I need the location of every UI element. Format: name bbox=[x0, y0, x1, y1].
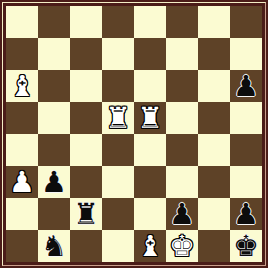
square-b3[interactable]: ♟ bbox=[38, 166, 70, 198]
square-b5[interactable] bbox=[38, 102, 70, 134]
square-c3[interactable] bbox=[70, 166, 102, 198]
piece-black-rook-c2[interactable]: ♜ bbox=[73, 198, 99, 230]
piece-black-knight-b1[interactable]: ♞ bbox=[41, 230, 67, 262]
square-b1[interactable]: ♞ bbox=[38, 230, 70, 262]
square-c4[interactable] bbox=[70, 134, 102, 166]
square-h5[interactable] bbox=[230, 102, 262, 134]
square-g7[interactable] bbox=[198, 38, 230, 70]
square-a1[interactable] bbox=[6, 230, 38, 262]
square-h2[interactable]: ♟ bbox=[230, 198, 262, 230]
square-e1[interactable]: ♝ bbox=[134, 230, 166, 262]
square-f3[interactable] bbox=[166, 166, 198, 198]
square-c2[interactable]: ♜ bbox=[70, 198, 102, 230]
square-g1[interactable] bbox=[198, 230, 230, 262]
piece-black-pawn-h6[interactable]: ♟ bbox=[233, 70, 259, 102]
square-f2[interactable]: ♟ bbox=[166, 198, 198, 230]
piece-white-pawn-a3[interactable]: ♟ bbox=[9, 166, 35, 198]
square-e5[interactable]: ♜ bbox=[134, 102, 166, 134]
square-d4[interactable] bbox=[102, 134, 134, 166]
square-f4[interactable] bbox=[166, 134, 198, 166]
square-f6[interactable] bbox=[166, 70, 198, 102]
square-d6[interactable] bbox=[102, 70, 134, 102]
square-f1[interactable]: ♚ bbox=[166, 230, 198, 262]
square-g3[interactable] bbox=[198, 166, 230, 198]
square-e3[interactable] bbox=[134, 166, 166, 198]
piece-black-king-h1[interactable]: ♚ bbox=[233, 230, 259, 262]
square-a8[interactable] bbox=[6, 6, 38, 38]
square-e7[interactable] bbox=[134, 38, 166, 70]
square-g2[interactable] bbox=[198, 198, 230, 230]
square-b6[interactable] bbox=[38, 70, 70, 102]
square-b7[interactable] bbox=[38, 38, 70, 70]
square-d5[interactable]: ♜ bbox=[102, 102, 134, 134]
square-c7[interactable] bbox=[70, 38, 102, 70]
square-b2[interactable] bbox=[38, 198, 70, 230]
piece-white-bishop-a6[interactable]: ♝ bbox=[9, 70, 35, 102]
square-d8[interactable] bbox=[102, 6, 134, 38]
square-a2[interactable] bbox=[6, 198, 38, 230]
piece-black-pawn-f2[interactable]: ♟ bbox=[169, 198, 195, 230]
square-a7[interactable] bbox=[6, 38, 38, 70]
square-c6[interactable] bbox=[70, 70, 102, 102]
square-b4[interactable] bbox=[38, 134, 70, 166]
square-e8[interactable] bbox=[134, 6, 166, 38]
square-a6[interactable]: ♝ bbox=[6, 70, 38, 102]
square-d7[interactable] bbox=[102, 38, 134, 70]
square-h4[interactable] bbox=[230, 134, 262, 166]
square-h1[interactable]: ♚ bbox=[230, 230, 262, 262]
square-f8[interactable] bbox=[166, 6, 198, 38]
board-grid: ♝♟♜♜♟♟♜♟♟♞♝♚♚ bbox=[6, 6, 262, 262]
square-h8[interactable] bbox=[230, 6, 262, 38]
square-h3[interactable] bbox=[230, 166, 262, 198]
square-h7[interactable] bbox=[230, 38, 262, 70]
square-e4[interactable] bbox=[134, 134, 166, 166]
square-g4[interactable] bbox=[198, 134, 230, 166]
square-a4[interactable] bbox=[6, 134, 38, 166]
square-g5[interactable] bbox=[198, 102, 230, 134]
piece-white-king-f1[interactable]: ♚ bbox=[169, 230, 195, 262]
square-c8[interactable] bbox=[70, 6, 102, 38]
piece-black-pawn-h2[interactable]: ♟ bbox=[233, 198, 259, 230]
chessboard: ♝♟♜♜♟♟♜♟♟♞♝♚♚ bbox=[0, 0, 268, 268]
square-h6[interactable]: ♟ bbox=[230, 70, 262, 102]
square-e6[interactable] bbox=[134, 70, 166, 102]
square-c5[interactable] bbox=[70, 102, 102, 134]
piece-white-rook-e5[interactable]: ♜ bbox=[137, 102, 163, 134]
square-e2[interactable] bbox=[134, 198, 166, 230]
square-a5[interactable] bbox=[6, 102, 38, 134]
square-g6[interactable] bbox=[198, 70, 230, 102]
square-d3[interactable] bbox=[102, 166, 134, 198]
square-g8[interactable] bbox=[198, 6, 230, 38]
square-f7[interactable] bbox=[166, 38, 198, 70]
piece-black-pawn-b3[interactable]: ♟ bbox=[41, 166, 67, 198]
square-d2[interactable] bbox=[102, 198, 134, 230]
square-a3[interactable]: ♟ bbox=[6, 166, 38, 198]
piece-white-rook-d5[interactable]: ♜ bbox=[105, 102, 131, 134]
piece-white-bishop-e1[interactable]: ♝ bbox=[137, 230, 163, 262]
square-f5[interactable] bbox=[166, 102, 198, 134]
square-b8[interactable] bbox=[38, 6, 70, 38]
square-c1[interactable] bbox=[70, 230, 102, 262]
square-d1[interactable] bbox=[102, 230, 134, 262]
